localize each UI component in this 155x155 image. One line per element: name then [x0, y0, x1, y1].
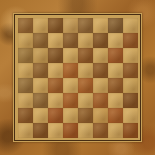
- board-square[interactable]: [33, 18, 48, 33]
- board-square[interactable]: [18, 33, 33, 48]
- board-square[interactable]: [48, 78, 63, 93]
- board-square[interactable]: [78, 108, 93, 123]
- board-square[interactable]: [48, 123, 63, 138]
- board-square[interactable]: [33, 93, 48, 108]
- board-square[interactable]: [33, 123, 48, 138]
- board-square[interactable]: [93, 108, 108, 123]
- board-square[interactable]: [63, 48, 78, 63]
- board-square[interactable]: [123, 18, 138, 33]
- board-square[interactable]: [33, 33, 48, 48]
- board-square[interactable]: [108, 63, 123, 78]
- board-square[interactable]: [108, 48, 123, 63]
- board-square[interactable]: [18, 93, 33, 108]
- board-square[interactable]: [93, 48, 108, 63]
- board-square[interactable]: [123, 93, 138, 108]
- board-square[interactable]: [63, 63, 78, 78]
- board-square[interactable]: [93, 33, 108, 48]
- board-square[interactable]: [33, 108, 48, 123]
- chess-board[interactable]: [18, 18, 138, 138]
- board-square[interactable]: [123, 123, 138, 138]
- board-square[interactable]: [18, 78, 33, 93]
- board-square[interactable]: [33, 63, 48, 78]
- board-square[interactable]: [48, 18, 63, 33]
- board-square[interactable]: [78, 78, 93, 93]
- board-square[interactable]: [93, 63, 108, 78]
- board-square[interactable]: [93, 123, 108, 138]
- board-square[interactable]: [123, 33, 138, 48]
- board-square[interactable]: [78, 123, 93, 138]
- board-square[interactable]: [123, 63, 138, 78]
- board-square[interactable]: [18, 63, 33, 78]
- board-square[interactable]: [123, 48, 138, 63]
- board-square[interactable]: [48, 33, 63, 48]
- board-square[interactable]: [108, 78, 123, 93]
- board-square[interactable]: [33, 48, 48, 63]
- board-square[interactable]: [63, 123, 78, 138]
- board-square[interactable]: [78, 33, 93, 48]
- board-square[interactable]: [48, 63, 63, 78]
- board-square[interactable]: [63, 33, 78, 48]
- board-square[interactable]: [48, 108, 63, 123]
- board-square[interactable]: [93, 93, 108, 108]
- board-frame: [0, 0, 155, 155]
- board-square[interactable]: [108, 108, 123, 123]
- board-square[interactable]: [48, 48, 63, 63]
- board-square[interactable]: [123, 78, 138, 93]
- board-square[interactable]: [108, 123, 123, 138]
- board-square[interactable]: [18, 18, 33, 33]
- board-square[interactable]: [93, 78, 108, 93]
- board-square[interactable]: [63, 108, 78, 123]
- board-square[interactable]: [108, 18, 123, 33]
- board-square[interactable]: [78, 18, 93, 33]
- board-square[interactable]: [123, 108, 138, 123]
- board-square[interactable]: [78, 93, 93, 108]
- board-square[interactable]: [18, 108, 33, 123]
- board-square[interactable]: [48, 93, 63, 108]
- board-square[interactable]: [63, 93, 78, 108]
- board-square[interactable]: [93, 18, 108, 33]
- board-square[interactable]: [78, 63, 93, 78]
- board-square[interactable]: [63, 78, 78, 93]
- board-square[interactable]: [108, 33, 123, 48]
- board-square[interactable]: [18, 123, 33, 138]
- board-square[interactable]: [108, 93, 123, 108]
- board-square[interactable]: [63, 18, 78, 33]
- board-square[interactable]: [18, 48, 33, 63]
- board-margin-strip: [13, 13, 142, 142]
- board-square[interactable]: [78, 48, 93, 63]
- board-square[interactable]: [33, 78, 48, 93]
